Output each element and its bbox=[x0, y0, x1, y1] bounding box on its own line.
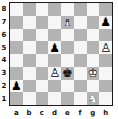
square-e3[interactable]: ♚ bbox=[61, 67, 74, 80]
square-d7[interactable] bbox=[48, 16, 61, 29]
square-e1[interactable] bbox=[61, 92, 74, 105]
file-label-c: c bbox=[36, 107, 49, 118]
square-h2[interactable] bbox=[99, 80, 112, 93]
square-h1[interactable] bbox=[99, 92, 112, 105]
square-f2[interactable] bbox=[74, 80, 87, 93]
black-pawn[interactable]: ♟ bbox=[49, 42, 60, 54]
black-pawn-glyph: ♟ bbox=[100, 15, 111, 29]
black-pawn[interactable]: ♟ bbox=[11, 80, 22, 92]
square-e5[interactable] bbox=[61, 41, 74, 54]
square-g3[interactable]: ♚♔ bbox=[87, 67, 100, 80]
square-h4[interactable] bbox=[99, 54, 112, 67]
black-pawn-glyph: ♟ bbox=[49, 41, 60, 55]
white-bishop[interactable]: ♝♗ bbox=[62, 16, 73, 28]
square-a5[interactable] bbox=[10, 41, 23, 54]
square-h8[interactable] bbox=[99, 3, 112, 16]
square-d4[interactable] bbox=[48, 54, 61, 67]
square-d3[interactable]: ♟♙ bbox=[48, 67, 61, 80]
file-label-f: f bbox=[74, 107, 87, 118]
white-pawn[interactable]: ♟♙ bbox=[100, 42, 111, 54]
white-pawn[interactable]: ♟♙ bbox=[49, 67, 60, 79]
square-f7[interactable] bbox=[74, 16, 87, 29]
square-g5[interactable] bbox=[87, 41, 100, 54]
square-g8[interactable] bbox=[87, 3, 100, 16]
rank-label-6: 6 bbox=[0, 29, 8, 42]
square-g6[interactable] bbox=[87, 29, 100, 42]
square-c7[interactable] bbox=[36, 16, 49, 29]
square-h3[interactable] bbox=[99, 67, 112, 80]
square-f4[interactable] bbox=[74, 54, 87, 67]
file-label-a: a bbox=[10, 107, 23, 118]
square-d8[interactable] bbox=[48, 3, 61, 16]
white-king-glyph: ♔ bbox=[87, 66, 98, 80]
square-h6[interactable] bbox=[99, 29, 112, 42]
square-b3[interactable] bbox=[23, 67, 36, 80]
chess-board: ♝♗♟♟♟♙♟♙♚♚♔♟♞♘ bbox=[9, 2, 113, 106]
square-d5[interactable]: ♟ bbox=[48, 41, 61, 54]
white-king[interactable]: ♚♔ bbox=[87, 67, 98, 79]
rank-label-4: 4 bbox=[0, 54, 8, 67]
black-pawn[interactable]: ♟ bbox=[100, 16, 111, 28]
square-e8[interactable] bbox=[61, 3, 74, 16]
rank-label-5: 5 bbox=[0, 41, 8, 54]
file-label-h: h bbox=[99, 107, 112, 118]
square-h7[interactable]: ♟ bbox=[99, 16, 112, 29]
chess-diagram: 87654321 ♝♗♟♟♟♙♟♙♚♚♔♟♞♘ abcdefgh bbox=[0, 0, 118, 119]
square-c5[interactable] bbox=[36, 41, 49, 54]
square-b6[interactable] bbox=[23, 29, 36, 42]
rank-label-8: 8 bbox=[0, 3, 8, 16]
file-label-g: g bbox=[87, 107, 100, 118]
square-g4[interactable] bbox=[87, 54, 100, 67]
black-king-glyph: ♚ bbox=[62, 66, 73, 80]
square-b2[interactable] bbox=[23, 80, 36, 93]
square-f5[interactable] bbox=[74, 41, 87, 54]
square-b5[interactable] bbox=[23, 41, 36, 54]
square-d1[interactable] bbox=[48, 92, 61, 105]
square-h5[interactable]: ♟♙ bbox=[99, 41, 112, 54]
square-f8[interactable] bbox=[74, 3, 87, 16]
square-b8[interactable] bbox=[23, 3, 36, 16]
rank-label-1: 1 bbox=[0, 92, 8, 105]
file-label-b: b bbox=[23, 107, 36, 118]
square-b4[interactable] bbox=[23, 54, 36, 67]
rank-label-3: 3 bbox=[0, 67, 8, 80]
square-c2[interactable] bbox=[36, 80, 49, 93]
rank-label-2: 2 bbox=[0, 80, 8, 93]
square-a1[interactable] bbox=[10, 92, 23, 105]
square-g7[interactable] bbox=[87, 16, 100, 29]
square-d2[interactable] bbox=[48, 80, 61, 93]
square-a4[interactable] bbox=[10, 54, 23, 67]
square-a3[interactable] bbox=[10, 67, 23, 80]
square-b7[interactable] bbox=[23, 16, 36, 29]
square-c6[interactable] bbox=[36, 29, 49, 42]
square-b1[interactable] bbox=[23, 92, 36, 105]
file-label-e: e bbox=[61, 107, 74, 118]
square-c3[interactable] bbox=[36, 67, 49, 80]
white-bishop-glyph: ♗ bbox=[62, 15, 73, 29]
white-knight[interactable]: ♞♘ bbox=[87, 93, 98, 105]
black-king[interactable]: ♚ bbox=[62, 67, 73, 79]
square-f6[interactable] bbox=[74, 29, 87, 42]
square-a2[interactable]: ♟ bbox=[10, 80, 23, 93]
black-pawn-glyph: ♟ bbox=[11, 79, 22, 93]
square-c8[interactable] bbox=[36, 3, 49, 16]
square-e6[interactable] bbox=[61, 29, 74, 42]
rank-label-7: 7 bbox=[0, 16, 8, 29]
square-f1[interactable] bbox=[74, 92, 87, 105]
square-a6[interactable] bbox=[10, 29, 23, 42]
square-a7[interactable] bbox=[10, 16, 23, 29]
white-pawn-glyph: ♙ bbox=[100, 41, 111, 55]
white-pawn-glyph: ♙ bbox=[49, 66, 60, 80]
square-g2[interactable] bbox=[87, 80, 100, 93]
square-c1[interactable] bbox=[36, 92, 49, 105]
white-knight-glyph: ♘ bbox=[87, 92, 98, 106]
rank-labels: 87654321 bbox=[0, 3, 8, 105]
square-g1[interactable]: ♞♘ bbox=[87, 92, 100, 105]
square-c4[interactable] bbox=[36, 54, 49, 67]
file-label-d: d bbox=[48, 107, 61, 118]
square-e7[interactable]: ♝♗ bbox=[61, 16, 74, 29]
square-e2[interactable] bbox=[61, 80, 74, 93]
square-e4[interactable] bbox=[61, 54, 74, 67]
file-labels: abcdefgh bbox=[10, 107, 112, 118]
square-f3[interactable] bbox=[74, 67, 87, 80]
square-a8[interactable] bbox=[10, 3, 23, 16]
square-d6[interactable] bbox=[48, 29, 61, 42]
